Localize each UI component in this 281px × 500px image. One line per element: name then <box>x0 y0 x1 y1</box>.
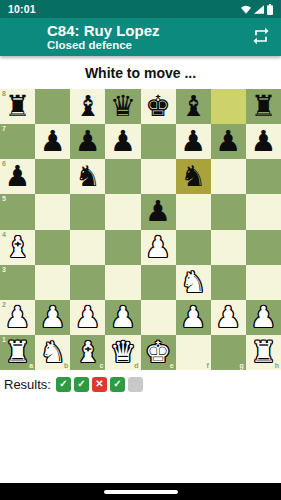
white-king-e1[interactable]: ♚ <box>141 335 176 370</box>
black-pawn-c7[interactable]: ♟ <box>70 124 105 159</box>
result-4-correct-icon: ✓ <box>110 377 125 392</box>
white-pawn-b2[interactable]: ♟ <box>35 300 70 335</box>
white-pawn-h2[interactable]: ♟ <box>246 300 281 335</box>
square-a2[interactable]: 2♟ <box>0 300 35 335</box>
square-h1[interactable]: h♜ <box>246 335 281 370</box>
square-h4[interactable] <box>246 230 281 265</box>
square-b7[interactable]: ♟ <box>35 124 70 159</box>
square-d3[interactable] <box>105 265 140 300</box>
square-g7[interactable]: ♟ <box>211 124 246 159</box>
square-c3[interactable] <box>70 265 105 300</box>
black-pawn-f7[interactable]: ♟ <box>176 124 211 159</box>
square-b6[interactable] <box>35 159 70 194</box>
square-e7[interactable] <box>141 124 176 159</box>
square-f5[interactable] <box>176 194 211 229</box>
black-pawn-b7[interactable]: ♟ <box>35 124 70 159</box>
rank-label-5: 5 <box>2 195 6 202</box>
black-pawn-e5[interactable]: ♟ <box>141 194 176 229</box>
square-h5[interactable] <box>246 194 281 229</box>
file-label-f: f <box>206 362 208 369</box>
result-5-pending-icon <box>128 377 143 392</box>
square-c1[interactable]: c♝ <box>70 335 105 370</box>
gesture-nav-bar <box>0 483 281 500</box>
file-label-h: h <box>275 362 279 369</box>
results-label: Results: <box>4 377 51 392</box>
chess-board: 8♜♝♛♚♝♜7♟♟♟♟♟♟6♟♞♞5♟4♝♟3♞2♟♟♟♟♟♟♟1a♜b♞c♝… <box>0 89 281 370</box>
rank-label-8: 8 <box>2 90 6 97</box>
move-prompt: White to move ... <box>0 56 281 89</box>
page-subtitle: Closed defence <box>47 39 160 52</box>
black-queen-d8[interactable]: ♛ <box>105 89 140 124</box>
wifi-icon <box>241 5 251 14</box>
result-1-correct-icon: ✓ <box>56 377 71 392</box>
white-pawn-c2[interactable]: ♟ <box>70 300 105 335</box>
square-f4[interactable] <box>176 230 211 265</box>
white-pawn-e4[interactable]: ♟ <box>141 230 176 265</box>
clock-text: 10:01 <box>8 3 36 15</box>
square-c8[interactable]: ♝ <box>70 89 105 124</box>
square-e1[interactable]: e♚ <box>141 335 176 370</box>
white-pawn-g2[interactable]: ♟ <box>211 300 246 335</box>
square-e2[interactable] <box>141 300 176 335</box>
square-g3[interactable] <box>211 265 246 300</box>
square-b3[interactable] <box>35 265 70 300</box>
black-knight-c6[interactable]: ♞ <box>70 159 105 194</box>
battery-icon <box>267 4 273 15</box>
square-a8[interactable]: 8♜ <box>0 89 35 124</box>
square-d5[interactable] <box>105 194 140 229</box>
rank-label-6: 6 <box>2 160 6 167</box>
file-label-d: d <box>134 362 138 369</box>
square-e8[interactable]: ♚ <box>141 89 176 124</box>
square-b1[interactable]: b♞ <box>35 335 70 370</box>
square-b2[interactable]: ♟ <box>35 300 70 335</box>
square-f7[interactable]: ♟ <box>176 124 211 159</box>
results-icons: ✓✓✕✓ <box>56 377 146 392</box>
rank-label-2: 2 <box>2 301 6 308</box>
square-e6[interactable] <box>141 159 176 194</box>
square-c6[interactable]: ♞ <box>70 159 105 194</box>
black-knight-f6[interactable]: ♞ <box>176 159 211 194</box>
white-rook-h1[interactable]: ♜ <box>246 335 281 370</box>
square-a5[interactable]: 5 <box>0 194 35 229</box>
content-background <box>0 393 281 483</box>
white-knight-b1[interactable]: ♞ <box>35 335 70 370</box>
black-bishop-c8[interactable]: ♝ <box>70 89 105 124</box>
square-f6[interactable]: ♞ <box>176 159 211 194</box>
black-pawn-d7[interactable]: ♟ <box>105 124 140 159</box>
file-label-g: g <box>240 362 244 369</box>
black-pawn-a6[interactable]: ♟ <box>0 159 35 194</box>
black-pawn-h7[interactable]: ♟ <box>246 124 281 159</box>
square-d8[interactable]: ♛ <box>105 89 140 124</box>
page-title: C84: Ruy Lopez <box>47 22 160 39</box>
signal-icon <box>254 5 264 14</box>
square-h3[interactable] <box>246 265 281 300</box>
square-g6[interactable] <box>211 159 246 194</box>
square-e5[interactable]: ♟ <box>141 194 176 229</box>
white-knight-f3[interactable]: ♞ <box>176 265 211 300</box>
results-row: Results: ✓✓✕✓ <box>0 370 281 393</box>
square-d7[interactable]: ♟ <box>105 124 140 159</box>
square-a1[interactable]: 1a♜ <box>0 335 35 370</box>
square-e3[interactable] <box>141 265 176 300</box>
flip-board-button[interactable] <box>250 26 272 48</box>
file-label-e: e <box>170 362 174 369</box>
square-a4[interactable]: 4♝ <box>0 230 35 265</box>
white-pawn-d2[interactable]: ♟ <box>105 300 140 335</box>
app-bar: C84: Ruy Lopez Closed defence <box>0 18 281 56</box>
square-c2[interactable]: ♟ <box>70 300 105 335</box>
black-king-e8[interactable]: ♚ <box>141 89 176 124</box>
result-2-correct-icon: ✓ <box>74 377 89 392</box>
square-f1[interactable]: f <box>176 335 211 370</box>
white-rook-a1[interactable]: ♜ <box>0 335 35 370</box>
square-a3[interactable]: 3 <box>0 265 35 300</box>
square-h8[interactable]: ♜ <box>246 89 281 124</box>
square-f3[interactable]: ♞ <box>176 265 211 300</box>
square-d4[interactable] <box>105 230 140 265</box>
black-bishop-f8[interactable]: ♝ <box>176 89 211 124</box>
repeat-arrows-icon <box>251 26 271 49</box>
file-label-b: b <box>64 362 68 369</box>
black-rook-h8[interactable]: ♜ <box>246 89 281 124</box>
square-g5[interactable] <box>211 194 246 229</box>
square-h6[interactable] <box>246 159 281 194</box>
square-g4[interactable] <box>211 230 246 265</box>
square-a7[interactable]: 7 <box>0 124 35 159</box>
square-d6[interactable] <box>105 159 140 194</box>
square-h2[interactable]: ♟ <box>246 300 281 335</box>
square-b4[interactable] <box>35 230 70 265</box>
square-c4[interactable] <box>70 230 105 265</box>
square-f2[interactable]: ♟ <box>176 300 211 335</box>
square-d1[interactable]: d♛ <box>105 335 140 370</box>
square-g2[interactable]: ♟ <box>211 300 246 335</box>
rank-label-4: 4 <box>2 231 6 238</box>
result-3-incorrect-icon: ✕ <box>92 377 107 392</box>
home-indicator[interactable] <box>104 490 178 494</box>
rank-label-3: 3 <box>2 266 6 273</box>
square-b5[interactable] <box>35 194 70 229</box>
white-pawn-a2[interactable]: ♟ <box>0 300 35 335</box>
rank-label-1: 1 <box>2 336 6 343</box>
square-d2[interactable]: ♟ <box>105 300 140 335</box>
square-c5[interactable] <box>70 194 105 229</box>
file-label-c: c <box>99 362 103 369</box>
white-bishop-c1[interactable]: ♝ <box>70 335 105 370</box>
square-b8[interactable] <box>35 89 70 124</box>
white-queen-d1[interactable]: ♛ <box>105 335 140 370</box>
square-h7[interactable]: ♟ <box>246 124 281 159</box>
status-bar: 10:01 <box>0 0 281 18</box>
black-rook-a8[interactable]: ♜ <box>0 89 35 124</box>
black-pawn-g7[interactable]: ♟ <box>211 124 246 159</box>
white-bishop-a4[interactable]: ♝ <box>0 230 35 265</box>
square-g1[interactable]: g <box>211 335 246 370</box>
square-a6[interactable]: 6♟ <box>0 159 35 194</box>
square-g8[interactable] <box>211 89 246 124</box>
square-c7[interactable]: ♟ <box>70 124 105 159</box>
status-icons <box>241 4 273 15</box>
square-f8[interactable]: ♝ <box>176 89 211 124</box>
rank-label-7: 7 <box>2 125 6 132</box>
white-pawn-f2[interactable]: ♟ <box>176 300 211 335</box>
square-e4[interactable]: ♟ <box>141 230 176 265</box>
file-label-a: a <box>29 362 33 369</box>
